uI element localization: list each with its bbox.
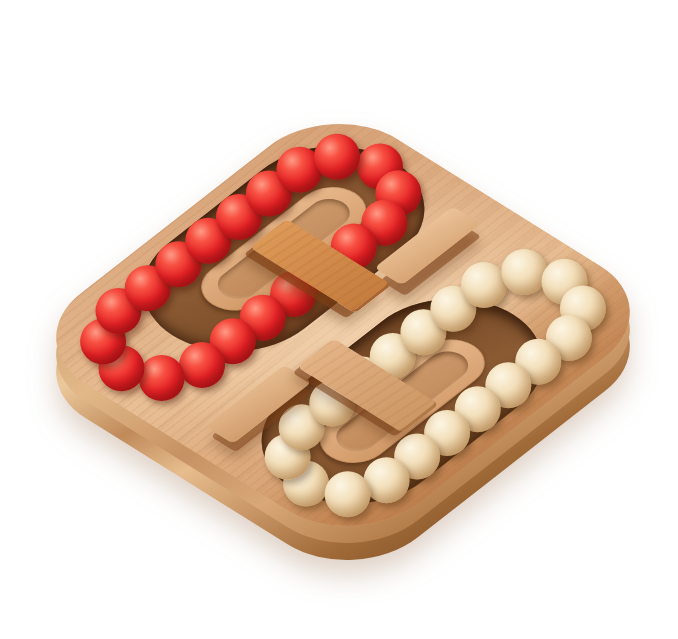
balls-layer — [18, 98, 668, 553]
red-ball[interactable] — [139, 355, 185, 401]
red-ball[interactable] — [179, 342, 225, 388]
product-photo-scene — [0, 0, 678, 639]
wood-ball[interactable] — [325, 471, 371, 517]
wood-ball[interactable] — [501, 249, 547, 295]
red-ball[interactable] — [314, 134, 360, 180]
board-top-face — [18, 98, 668, 553]
wood-ball[interactable] — [461, 262, 507, 308]
